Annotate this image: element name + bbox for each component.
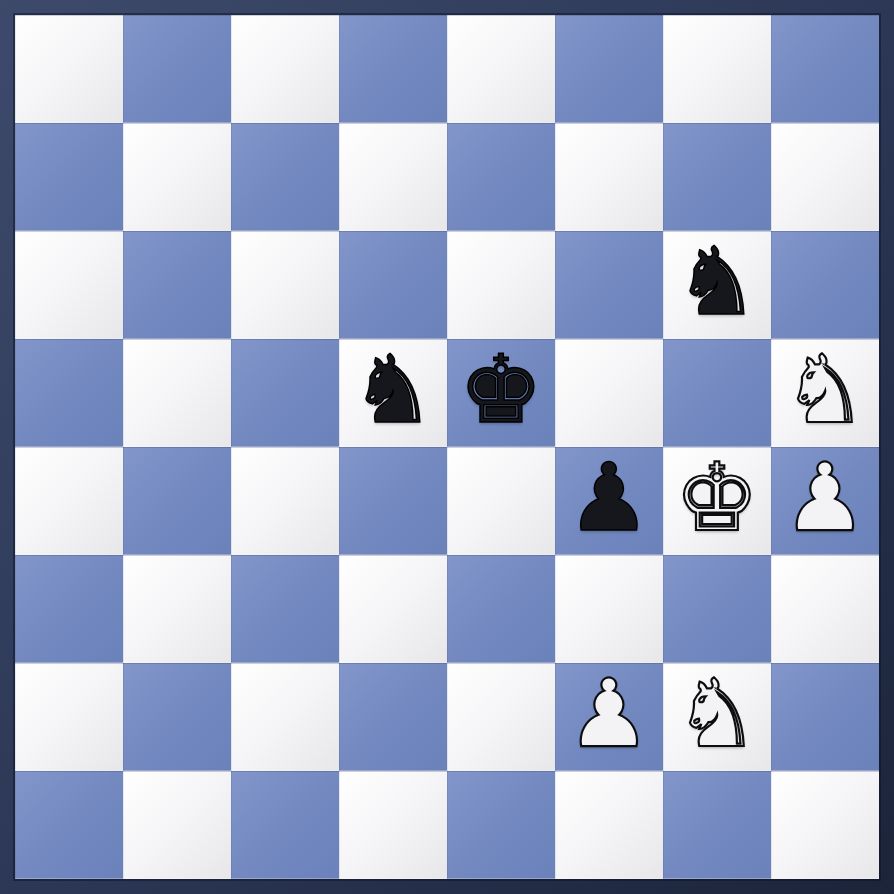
square-d8[interactable]: [339, 15, 447, 123]
square-g5[interactable]: [663, 339, 771, 447]
square-a1[interactable]: [15, 771, 123, 879]
piece-white-king[interactable]: ♚: [675, 451, 759, 545]
square-a5[interactable]: [15, 339, 123, 447]
board-frame: ♞♞♚♞♟♚♟♟♞: [0, 0, 894, 894]
square-b3[interactable]: [123, 555, 231, 663]
square-b6[interactable]: [123, 231, 231, 339]
square-c7[interactable]: [231, 123, 339, 231]
square-d6[interactable]: [339, 231, 447, 339]
square-b8[interactable]: [123, 15, 231, 123]
square-c8[interactable]: [231, 15, 339, 123]
square-f3[interactable]: [555, 555, 663, 663]
square-a3[interactable]: [15, 555, 123, 663]
piece-black-pawn[interactable]: ♟: [567, 451, 651, 545]
square-f1[interactable]: [555, 771, 663, 879]
square-a7[interactable]: [15, 123, 123, 231]
square-e3[interactable]: [447, 555, 555, 663]
chess-board: ♞♞♚♞♟♚♟♟♞: [15, 15, 879, 879]
square-d3[interactable]: [339, 555, 447, 663]
piece-black-knight[interactable]: ♞: [351, 343, 435, 437]
square-c1[interactable]: [231, 771, 339, 879]
square-e4[interactable]: [447, 447, 555, 555]
square-g2[interactable]: ♞: [663, 663, 771, 771]
square-c5[interactable]: [231, 339, 339, 447]
square-f2[interactable]: ♟: [555, 663, 663, 771]
square-g6[interactable]: ♞: [663, 231, 771, 339]
square-d7[interactable]: [339, 123, 447, 231]
square-c3[interactable]: [231, 555, 339, 663]
square-b1[interactable]: [123, 771, 231, 879]
square-d4[interactable]: [339, 447, 447, 555]
square-b7[interactable]: [123, 123, 231, 231]
square-e1[interactable]: [447, 771, 555, 879]
square-c4[interactable]: [231, 447, 339, 555]
square-g4[interactable]: ♚: [663, 447, 771, 555]
square-d2[interactable]: [339, 663, 447, 771]
square-d5[interactable]: ♞: [339, 339, 447, 447]
square-c2[interactable]: [231, 663, 339, 771]
piece-white-knight[interactable]: ♞: [675, 667, 759, 761]
square-h8[interactable]: [771, 15, 879, 123]
piece-black-knight[interactable]: ♞: [675, 235, 759, 329]
square-b4[interactable]: [123, 447, 231, 555]
square-g7[interactable]: [663, 123, 771, 231]
square-b2[interactable]: [123, 663, 231, 771]
square-h6[interactable]: [771, 231, 879, 339]
square-f4[interactable]: ♟: [555, 447, 663, 555]
piece-white-pawn[interactable]: ♟: [783, 451, 867, 545]
square-e6[interactable]: [447, 231, 555, 339]
square-f6[interactable]: [555, 231, 663, 339]
square-a2[interactable]: [15, 663, 123, 771]
piece-white-pawn[interactable]: ♟: [567, 667, 651, 761]
square-g8[interactable]: [663, 15, 771, 123]
piece-white-knight[interactable]: ♞: [783, 343, 867, 437]
square-a8[interactable]: [15, 15, 123, 123]
square-h4[interactable]: ♟: [771, 447, 879, 555]
square-b5[interactable]: [123, 339, 231, 447]
square-g3[interactable]: [663, 555, 771, 663]
square-h3[interactable]: [771, 555, 879, 663]
square-f8[interactable]: [555, 15, 663, 123]
square-g1[interactable]: [663, 771, 771, 879]
square-f7[interactable]: [555, 123, 663, 231]
square-h2[interactable]: [771, 663, 879, 771]
square-e7[interactable]: [447, 123, 555, 231]
piece-black-king[interactable]: ♚: [459, 343, 543, 437]
square-f5[interactable]: [555, 339, 663, 447]
square-h5[interactable]: ♞: [771, 339, 879, 447]
square-a4[interactable]: [15, 447, 123, 555]
square-h7[interactable]: [771, 123, 879, 231]
square-a6[interactable]: [15, 231, 123, 339]
square-e2[interactable]: [447, 663, 555, 771]
square-d1[interactable]: [339, 771, 447, 879]
square-c6[interactable]: [231, 231, 339, 339]
square-h1[interactable]: [771, 771, 879, 879]
square-e8[interactable]: [447, 15, 555, 123]
square-e5[interactable]: ♚: [447, 339, 555, 447]
